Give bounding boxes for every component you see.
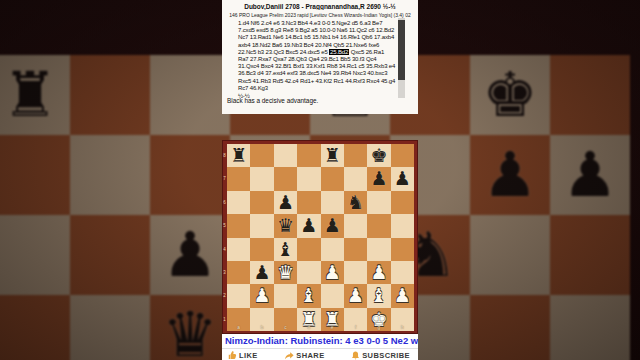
square-d7[interactable]	[297, 167, 320, 190]
file-label-h: h	[397, 325, 407, 330]
piece-black-rook[interactable]: ♜	[227, 144, 250, 167]
video-caption: Nimzo-Indian: Rubinstein: 4 e3 0-0 5 Ne2…	[222, 334, 418, 346]
piece-black-knight[interactable]: ♞	[344, 191, 367, 214]
square-c4[interactable]: ♝	[274, 238, 297, 261]
current-move-highlight[interactable]: 25.Bd2	[329, 49, 349, 55]
move-list[interactable]: 1.d4 Nf6 2.c4 e6 3.Nc3 Bb4 4.e3 0-0 5.Ng…	[238, 20, 396, 100]
piece-white-bishop[interactable]: ♝	[367, 284, 390, 307]
square-h8[interactable]	[391, 144, 414, 167]
square-c3[interactable]: ♛	[274, 261, 297, 284]
rank-label-7: 7	[223, 176, 227, 181]
rank-label-6: 6	[223, 200, 227, 205]
piece-black-pawn[interactable]: ♟	[274, 191, 297, 214]
game-players-header: Dubov,Daniil 2708 - Praggnanandhaa,R 269…	[222, 0, 418, 10]
action-bar: LIKE SHARE SUBSCRIBE	[222, 348, 418, 360]
scrollbar-thumb[interactable]	[398, 20, 405, 80]
share-label: SHARE	[296, 351, 324, 360]
evaluation-text: Black has a decisive advantage.	[227, 97, 318, 104]
file-label-g: g	[374, 325, 384, 330]
piece-white-pawn[interactable]: ♟	[344, 284, 367, 307]
square-e4[interactable]	[321, 238, 344, 261]
square-a6[interactable]	[227, 191, 250, 214]
share-arrow-icon	[284, 351, 294, 360]
square-d4[interactable]	[297, 238, 320, 261]
square-d5[interactable]: ♟	[297, 214, 320, 237]
square-f6[interactable]: ♞	[344, 191, 367, 214]
subscribe-button[interactable]: SUBSCRIBE	[351, 351, 410, 360]
piece-black-pawn[interactable]: ♟	[250, 261, 273, 284]
piece-black-queen[interactable]: ♛	[274, 214, 297, 237]
bell-icon	[351, 351, 360, 360]
square-d2[interactable]: ♝	[297, 284, 320, 307]
square-f3[interactable]	[344, 261, 367, 284]
piece-black-pawn[interactable]: ♟	[297, 214, 320, 237]
square-a5[interactable]	[227, 214, 250, 237]
rank-label-8: 8	[223, 153, 227, 158]
square-g3[interactable]: ♟	[367, 261, 390, 284]
square-b7[interactable]	[250, 167, 273, 190]
piece-black-pawn[interactable]: ♟	[321, 214, 344, 237]
square-a3[interactable]	[227, 261, 250, 284]
piece-white-pawn[interactable]: ♟	[250, 284, 273, 307]
square-h4[interactable]	[391, 238, 414, 261]
piece-black-rook[interactable]: ♜	[321, 144, 344, 167]
square-g7[interactable]: ♟	[367, 167, 390, 190]
square-f4[interactable]	[344, 238, 367, 261]
square-f2[interactable]: ♟	[344, 284, 367, 307]
square-d3[interactable]	[297, 261, 320, 284]
piece-black-pawn[interactable]: ♟	[367, 167, 390, 190]
square-c5[interactable]: ♛	[274, 214, 297, 237]
square-h2[interactable]: ♟	[391, 284, 414, 307]
board-frame: 87654321 ♜♜♚♟♟♟♞♛♟♟♝♟♛♟♟♟♝♟♝♟♜♜♚ abcdefg…	[222, 140, 418, 334]
rank-label-4: 4	[223, 247, 227, 252]
piece-white-queen[interactable]: ♛	[274, 261, 297, 284]
file-label-c: c	[280, 325, 290, 330]
move-list-scrollbar[interactable]	[398, 18, 405, 98]
square-h3[interactable]	[391, 261, 414, 284]
rank-label-1: 1	[223, 317, 227, 322]
square-e3[interactable]: ♟	[321, 261, 344, 284]
chess-board: ♜♜♚♟♟♟♞♛♟♟♝♟♛♟♟♟♝♟♝♟♜♜♚	[227, 144, 414, 331]
like-label: LIKE	[239, 351, 258, 360]
file-label-f: f	[351, 325, 361, 330]
square-f7[interactable]	[344, 167, 367, 190]
square-b8[interactable]	[250, 144, 273, 167]
square-e5[interactable]: ♟	[321, 214, 344, 237]
square-b6[interactable]	[250, 191, 273, 214]
caption-bar: Nimzo-Indian: Rubinstein: 4 e3 0-0 5 Ne2…	[222, 334, 418, 348]
rank-label-2: 2	[223, 293, 227, 298]
square-g2[interactable]: ♝	[367, 284, 390, 307]
square-e8[interactable]: ♜	[321, 144, 344, 167]
file-label-a: a	[234, 325, 244, 330]
share-button[interactable]: SHARE	[284, 351, 324, 360]
square-b5[interactable]	[250, 214, 273, 237]
file-labels: abcdefgh	[227, 325, 414, 333]
square-b2[interactable]: ♟	[250, 284, 273, 307]
square-h6[interactable]	[391, 191, 414, 214]
square-g6[interactable]	[367, 191, 390, 214]
square-d8[interactable]	[297, 144, 320, 167]
square-g8[interactable]: ♚	[367, 144, 390, 167]
rank-label-5: 5	[223, 223, 227, 228]
square-h5[interactable]	[391, 214, 414, 237]
square-c7[interactable]	[274, 167, 297, 190]
piece-black-pawn[interactable]: ♟	[391, 167, 414, 190]
square-f5[interactable]	[344, 214, 367, 237]
square-a4[interactable]	[227, 238, 250, 261]
square-g5[interactable]	[367, 214, 390, 237]
like-button[interactable]: LIKE	[228, 351, 258, 360]
piece-white-bishop[interactable]: ♝	[297, 284, 320, 307]
square-c2[interactable]	[274, 284, 297, 307]
piece-white-pawn[interactable]: ♟	[391, 284, 414, 307]
square-f8[interactable]	[344, 144, 367, 167]
square-e6[interactable]	[321, 191, 344, 214]
square-d6[interactable]	[297, 191, 320, 214]
square-c8[interactable]	[274, 144, 297, 167]
square-b4[interactable]	[250, 238, 273, 261]
file-label-e: e	[327, 325, 337, 330]
moves-after[interactable]: Qxc5 26.Ra1 Ra7 27.Rxa7 Qxa7 28.Qb3 Qa4 …	[238, 49, 395, 91]
file-label-b: b	[257, 325, 267, 330]
square-a7[interactable]	[227, 167, 250, 190]
piece-black-bishop[interactable]: ♝	[274, 238, 297, 261]
piece-black-king[interactable]: ♚	[367, 144, 390, 167]
thumbs-up-icon	[228, 351, 237, 360]
file-label-d: d	[304, 325, 314, 330]
square-a2[interactable]	[227, 284, 250, 307]
piece-white-pawn[interactable]: ♟	[367, 261, 390, 284]
square-e2[interactable]	[321, 284, 344, 307]
square-b3[interactable]: ♟	[250, 261, 273, 284]
subscribe-label: SUBSCRIBE	[362, 351, 410, 360]
rank-label-3: 3	[223, 270, 227, 275]
square-h7[interactable]: ♟	[391, 167, 414, 190]
piece-white-pawn[interactable]: ♟	[321, 261, 344, 284]
notation-panel: Dubov,Daniil 2708 - Praggnanandhaa,R 269…	[222, 0, 418, 114]
game-event-header: 146 PRO League Prelim 2023 rapid [Levito…	[222, 12, 418, 18]
square-c6[interactable]: ♟	[274, 191, 297, 214]
square-e7[interactable]	[321, 167, 344, 190]
square-a8[interactable]: ♜	[227, 144, 250, 167]
square-g4[interactable]	[367, 238, 390, 261]
screen: { "game": "chess", "position": { "fen": …	[0, 0, 640, 360]
